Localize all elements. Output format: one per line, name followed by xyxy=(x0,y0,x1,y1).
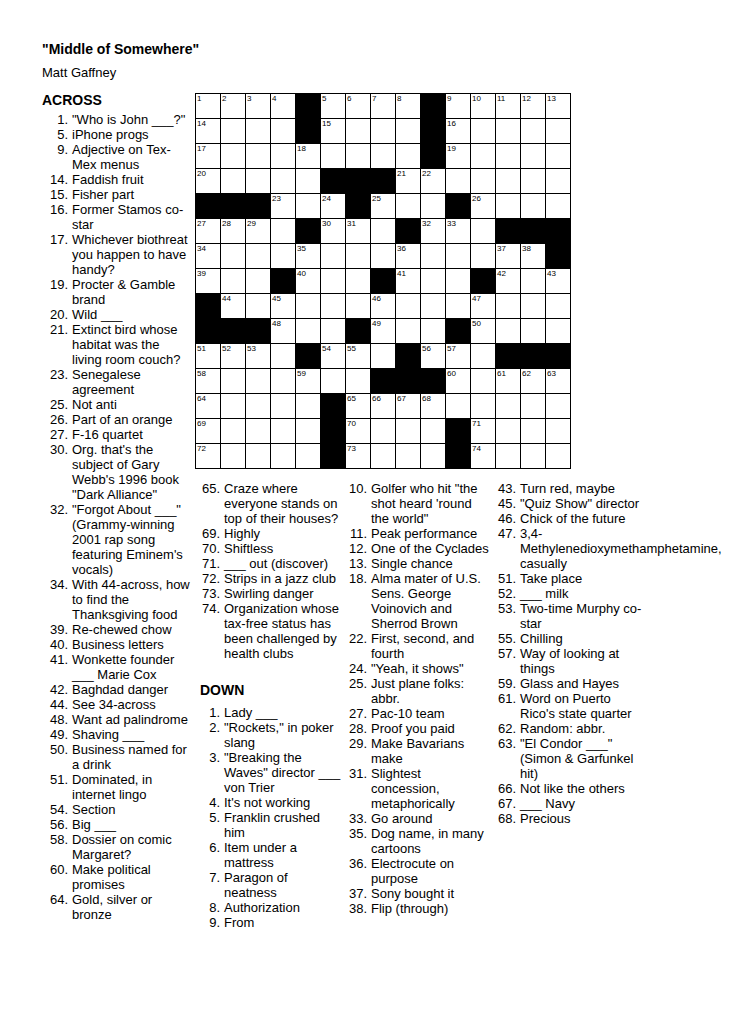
grid-cell-r8c9[interactable]: 41 xyxy=(396,269,420,293)
grid-cell-r5c8[interactable]: 25 xyxy=(371,194,395,218)
clue-text: Faddish fruit xyxy=(72,172,192,187)
down-clues-1-9: 1.Lady ___2."Rockets," in poker slang3."… xyxy=(200,705,342,930)
grid-cell-r10c13[interactable] xyxy=(496,319,520,343)
clue-text: Single chance xyxy=(371,556,491,571)
grid-cell-r7c14[interactable]: 38 xyxy=(521,244,545,268)
grid-cell-r9c14[interactable] xyxy=(521,294,545,318)
grid-cell-r7c12[interactable] xyxy=(471,244,495,268)
crossword-grid: 1234567891011121314151617181920212223242… xyxy=(195,93,571,469)
grid-cell-r3c10 xyxy=(421,144,445,168)
grid-cell-r6c1[interactable]: 27 xyxy=(196,219,220,243)
clue-across-48: 48.Want ad palindrome xyxy=(42,712,192,727)
grid-cell-r6c11[interactable]: 33 xyxy=(446,219,470,243)
grid-cell-r7c3[interactable] xyxy=(246,244,270,268)
grid-cell-r10c6[interactable] xyxy=(321,319,345,343)
grid-cell-r8c15[interactable]: 43 xyxy=(546,269,570,293)
grid-cell-r8c7[interactable] xyxy=(346,269,370,293)
grid-cell-r6c2[interactable]: 28 xyxy=(221,219,245,243)
cell-number: 39 xyxy=(197,269,206,279)
clue-text: Extinct bird whose habitat was the livin… xyxy=(72,322,192,367)
grid-cell-r7c9[interactable]: 36 xyxy=(396,244,420,268)
cell-number: 8 xyxy=(397,94,401,104)
grid-cell-r11c15 xyxy=(546,344,570,368)
grid-cell-r2c6[interactable]: 15 xyxy=(321,119,345,143)
grid-cell-r7c4[interactable] xyxy=(271,244,295,268)
clue-number: 27. xyxy=(42,427,68,442)
across-clues-1-64: 1."Who is John ___?"5.iPhone progs9.Adje… xyxy=(42,112,192,922)
grid-cell-r2c3[interactable] xyxy=(246,119,270,143)
grid-cell-r9c5[interactable] xyxy=(296,294,320,318)
grid-cell-r4c13[interactable] xyxy=(496,169,520,193)
grid-cell-r15c13[interactable] xyxy=(496,444,520,468)
clue-number: 9. xyxy=(200,915,220,930)
cell-number: 37 xyxy=(497,244,506,254)
clue-text: Electrocute on purpose xyxy=(371,856,491,886)
clue-text: Big ___ xyxy=(72,817,192,832)
grid-cell-r8c1[interactable]: 39 xyxy=(196,269,220,293)
grid-cell-r1c7[interactable]: 6 xyxy=(346,94,370,118)
across-clues-65-74: 65.Craze where everyone stands on top of… xyxy=(200,481,342,661)
grid-cell-r15c14[interactable] xyxy=(521,444,545,468)
clue-across-27: 27.F-16 quartet xyxy=(42,427,192,442)
clue-number: 61. xyxy=(496,691,516,706)
grid-cell-r13c14[interactable] xyxy=(521,394,545,418)
clue-across-14: 14.Faddish fruit xyxy=(42,172,192,187)
grid-cell-r4c5[interactable] xyxy=(296,169,320,193)
grid-cell-r14c15[interactable] xyxy=(546,419,570,443)
clue-across-71: 71.___ out (discover) xyxy=(200,556,342,571)
grid-cell-r4c11[interactable] xyxy=(446,169,470,193)
grid-cell-r9c10[interactable] xyxy=(421,294,445,318)
grid-cell-r2c13[interactable] xyxy=(496,119,520,143)
grid-cell-r14c13[interactable] xyxy=(496,419,520,443)
cell-number: 13 xyxy=(547,94,556,104)
clue-text: Chilling xyxy=(520,631,644,646)
clue-down-67: 67.___ Navy xyxy=(496,796,644,811)
grid-cell-r2c7[interactable] xyxy=(346,119,370,143)
grid-cell-r3c15[interactable] xyxy=(546,144,570,168)
clue-number: 16. xyxy=(42,202,68,217)
clue-text: First, second, and fourth xyxy=(371,631,491,661)
grid-cell-r8c11[interactable] xyxy=(446,269,470,293)
cell-number: 59 xyxy=(297,369,306,379)
cell-number: 55 xyxy=(347,344,356,354)
clue-down-46: 46.Chick of the future xyxy=(496,511,644,526)
grid-cell-r15c3[interactable] xyxy=(246,444,270,468)
grid-cell-r7c8[interactable] xyxy=(371,244,395,268)
grid-cell-r12c3[interactable] xyxy=(246,369,270,393)
clues-column-2: 65.Craze where everyone stands on top of… xyxy=(200,481,342,930)
grid-cell-r12c11[interactable]: 60 xyxy=(446,369,470,393)
grid-cell-r15c12[interactable]: 74 xyxy=(471,444,495,468)
grid-cell-r5c13[interactable] xyxy=(496,194,520,218)
grid-cell-r6c14 xyxy=(521,219,545,243)
grid-cell-r3c2[interactable] xyxy=(221,144,245,168)
clue-number: 46. xyxy=(496,511,516,526)
grid-cell-r9c1 xyxy=(196,294,220,318)
grid-cell-r6c12[interactable] xyxy=(471,219,495,243)
grid-cell-r2c14[interactable] xyxy=(521,119,545,143)
clue-number: 74. xyxy=(200,601,220,616)
grid-cell-r13c1[interactable]: 64 xyxy=(196,394,220,418)
grid-cell-r2c12[interactable] xyxy=(471,119,495,143)
grid-cell-r11c1[interactable]: 51 xyxy=(196,344,220,368)
grid-cell-r4c4[interactable] xyxy=(271,169,295,193)
clue-across-34: 34.With 44-across, how to find the Thank… xyxy=(42,577,192,622)
grid-cell-r15c9[interactable] xyxy=(396,444,420,468)
grid-cell-r4c10[interactable]: 22 xyxy=(421,169,445,193)
cell-number: 15 xyxy=(322,119,331,129)
clue-number: 25. xyxy=(42,397,68,412)
cell-number: 31 xyxy=(347,219,356,229)
clue-down-35: 35.Dog name, in many cartoons xyxy=(347,826,491,856)
grid-cell-r12c8 xyxy=(371,369,395,393)
cell-number: 5 xyxy=(322,94,326,104)
cell-number: 50 xyxy=(472,319,481,329)
grid-cell-r14c1[interactable]: 69 xyxy=(196,419,220,443)
grid-cell-r14c12[interactable]: 71 xyxy=(471,419,495,443)
grid-cell-r7c1[interactable]: 34 xyxy=(196,244,220,268)
clue-number: 35. xyxy=(347,826,367,841)
grid-cell-r4c9[interactable]: 21 xyxy=(396,169,420,193)
clue-text: Fisher part xyxy=(72,187,192,202)
grid-cell-r7c2[interactable] xyxy=(221,244,245,268)
grid-cell-r4c2[interactable] xyxy=(221,169,245,193)
clue-text: Dog name, in many cartoons xyxy=(371,826,491,856)
grid-cell-r4c12[interactable] xyxy=(471,169,495,193)
clue-number: 51. xyxy=(496,571,516,586)
grid-cell-r9c8[interactable]: 46 xyxy=(371,294,395,318)
grid-cell-r12c15[interactable]: 63 xyxy=(546,369,570,393)
clue-text: Adjective on Tex-Mex menus xyxy=(72,142,192,172)
grid-cell-r10c15[interactable] xyxy=(546,319,570,343)
grid-cell-r10c3 xyxy=(246,319,270,343)
cell-number: 47 xyxy=(472,294,481,304)
grid-cell-r8c13[interactable]: 42 xyxy=(496,269,520,293)
grid-cell-r4c14[interactable] xyxy=(521,169,545,193)
grid-cell-r14c11 xyxy=(446,419,470,443)
grid-cell-r1c3[interactable]: 3 xyxy=(246,94,270,118)
grid-cell-r1c11[interactable]: 9 xyxy=(446,94,470,118)
grid-cell-r13c10[interactable]: 68 xyxy=(421,394,445,418)
grid-cell-r9c13[interactable] xyxy=(496,294,520,318)
grid-cell-r12c7[interactable] xyxy=(346,369,370,393)
grid-cell-r2c2[interactable] xyxy=(221,119,245,143)
grid-cell-r13c13[interactable] xyxy=(496,394,520,418)
clue-down-62: 62.Random: abbr. xyxy=(496,721,644,736)
grid-cell-r2c5 xyxy=(296,119,320,143)
grid-cell-r14c3[interactable] xyxy=(246,419,270,443)
grid-cell-r8c10[interactable] xyxy=(421,269,445,293)
grid-cell-r3c8[interactable] xyxy=(371,144,395,168)
clue-text: Just plane folks: abbr. xyxy=(371,676,491,706)
clue-text: Craze where everyone stands on top of th… xyxy=(224,481,342,526)
grid-cell-r5c5[interactable] xyxy=(296,194,320,218)
grid-cell-r8c14[interactable] xyxy=(521,269,545,293)
grid-cell-r1c4[interactable]: 4 xyxy=(271,94,295,118)
grid-cell-r4c3[interactable] xyxy=(246,169,270,193)
grid-cell-r11c8[interactable] xyxy=(371,344,395,368)
clue-number: 17. xyxy=(42,232,68,247)
clue-number: 60. xyxy=(42,862,68,877)
grid-cell-r10c8[interactable]: 49 xyxy=(371,319,395,343)
grid-cell-r12c6[interactable] xyxy=(321,369,345,393)
grid-cell-r11c7[interactable]: 55 xyxy=(346,344,370,368)
grid-cell-r12c12[interactable] xyxy=(471,369,495,393)
grid-cell-r15c8[interactable] xyxy=(371,444,395,468)
grid-cell-r15c2[interactable] xyxy=(221,444,245,468)
clue-number: 5. xyxy=(200,810,220,825)
grid-cell-r5c14[interactable] xyxy=(521,194,545,218)
grid-cell-r12c13[interactable]: 61 xyxy=(496,369,520,393)
clue-text: Dossier on comic Margaret? xyxy=(72,832,192,862)
grid-cell-r11c2[interactable]: 52 xyxy=(221,344,245,368)
grid-cell-r14c14[interactable] xyxy=(521,419,545,443)
grid-cell-r14c9[interactable] xyxy=(396,419,420,443)
grid-cell-r15c1[interactable]: 72 xyxy=(196,444,220,468)
grid-cell-r14c7[interactable]: 70 xyxy=(346,419,370,443)
clue-text: Former Stamos co-star xyxy=(72,202,192,232)
grid-cell-r1c15[interactable]: 13 xyxy=(546,94,570,118)
grid-cell-r10c9[interactable] xyxy=(396,319,420,343)
clue-number: 22. xyxy=(347,631,367,646)
puzzle-author: Matt Gaffney xyxy=(42,65,116,80)
grid-cell-r2c9[interactable] xyxy=(396,119,420,143)
grid-cell-r1c13[interactable]: 11 xyxy=(496,94,520,118)
grid-cell-r6c8[interactable] xyxy=(371,219,395,243)
grid-cell-r3c4[interactable] xyxy=(271,144,295,168)
grid-cell-r13c4[interactable] xyxy=(271,394,295,418)
grid-cell-r5c9[interactable] xyxy=(396,194,420,218)
clue-number: 33. xyxy=(347,811,367,826)
grid-cell-r14c2[interactable] xyxy=(221,419,245,443)
grid-cell-r15c5[interactable] xyxy=(296,444,320,468)
clue-text: Proof you paid xyxy=(371,721,491,736)
clue-number: 39. xyxy=(42,622,68,637)
grid-cell-r14c4[interactable] xyxy=(271,419,295,443)
grid-cell-r3c11[interactable]: 19 xyxy=(446,144,470,168)
grid-cell-r12c14[interactable]: 62 xyxy=(521,369,545,393)
clue-text: Business named for a drink xyxy=(72,742,192,772)
grid-cell-r14c5[interactable] xyxy=(296,419,320,443)
grid-cell-r13c3[interactable] xyxy=(246,394,270,418)
grid-cell-r6c10[interactable]: 32 xyxy=(421,219,445,243)
grid-cell-r13c12[interactable] xyxy=(471,394,495,418)
clue-down-10: 10.Golfer who hit "the shot heard 'round… xyxy=(347,481,491,526)
clue-number: 21. xyxy=(42,322,68,337)
grid-cell-r11c12[interactable] xyxy=(471,344,495,368)
grid-cell-r9c11[interactable] xyxy=(446,294,470,318)
grid-cell-r13c9[interactable]: 67 xyxy=(396,394,420,418)
clue-down-29: 29.Make Bavarians make xyxy=(347,736,491,766)
grid-cell-r11c10[interactable]: 56 xyxy=(421,344,445,368)
grid-cell-r1c2[interactable]: 2 xyxy=(221,94,245,118)
grid-cell-r13c5[interactable] xyxy=(296,394,320,418)
clue-text: Chick of the future xyxy=(520,511,644,526)
clue-number: 56. xyxy=(42,817,68,832)
clue-number: 15. xyxy=(42,187,68,202)
grid-cell-r9c12[interactable]: 47 xyxy=(471,294,495,318)
grid-cell-r7c15 xyxy=(546,244,570,268)
grid-cell-r2c4[interactable] xyxy=(271,119,295,143)
clue-text: Shiftless xyxy=(224,541,342,556)
clue-text: Org. that's the subject of Gary Webb's 1… xyxy=(72,442,192,502)
grid-cell-r1c1[interactable]: 1 xyxy=(196,94,220,118)
grid-cell-r12c2[interactable] xyxy=(221,369,245,393)
clue-number: 20. xyxy=(42,307,68,322)
cell-number: 66 xyxy=(372,394,381,404)
grid-cell-r9c2[interactable]: 44 xyxy=(221,294,245,318)
grid-cell-r10c14[interactable] xyxy=(521,319,545,343)
cell-number: 33 xyxy=(447,219,456,229)
grid-cell-r10c12[interactable]: 50 xyxy=(471,319,495,343)
grid-cell-r11c11[interactable]: 57 xyxy=(446,344,470,368)
grid-cell-r11c9 xyxy=(396,344,420,368)
grid-cell-r11c4[interactable] xyxy=(271,344,295,368)
clue-text: ___ milk xyxy=(520,586,644,601)
grid-cell-r5c12[interactable]: 26 xyxy=(471,194,495,218)
grid-cell-r7c5[interactable]: 35 xyxy=(296,244,320,268)
grid-cell-r7c7[interactable] xyxy=(346,244,370,268)
grid-cell-r14c8[interactable] xyxy=(371,419,395,443)
clue-across-54: 54.Section xyxy=(42,802,192,817)
grid-cell-r4c1[interactable]: 20 xyxy=(196,169,220,193)
grid-cell-r11c3[interactable]: 53 xyxy=(246,344,270,368)
grid-cell-r5c6[interactable]: 24 xyxy=(321,194,345,218)
clue-across-70: 70.Shiftless xyxy=(200,541,342,556)
grid-cell-r12c1[interactable]: 58 xyxy=(196,369,220,393)
grid-cell-r1c6[interactable]: 5 xyxy=(321,94,345,118)
cell-number: 20 xyxy=(197,169,206,179)
grid-cell-r13c8[interactable]: 66 xyxy=(371,394,395,418)
cell-number: 74 xyxy=(472,444,481,454)
grid-cell-r12c4[interactable] xyxy=(271,369,295,393)
grid-cell-r7c10[interactable] xyxy=(421,244,445,268)
cell-number: 70 xyxy=(347,419,356,429)
clue-across-23: 23.Senegalese agreement xyxy=(42,367,192,397)
grid-cell-r7c11[interactable] xyxy=(446,244,470,268)
grid-cell-r3c3[interactable] xyxy=(246,144,270,168)
grid-cell-r3c12[interactable] xyxy=(471,144,495,168)
grid-cell-r15c4[interactable] xyxy=(271,444,295,468)
grid-cell-r12c5[interactable]: 59 xyxy=(296,369,320,393)
clue-text: "Breaking the Waves" director ___ von Tr… xyxy=(224,750,342,795)
grid-cell-r10c5[interactable] xyxy=(296,319,320,343)
clue-across-44: 44.See 34-across xyxy=(42,697,192,712)
grid-cell-r15c10[interactable] xyxy=(421,444,445,468)
clue-across-21: 21.Extinct bird whose habitat was the li… xyxy=(42,322,192,367)
grid-cell-r10c10[interactable] xyxy=(421,319,445,343)
clue-text: Gold, silver or bronze xyxy=(72,892,192,922)
grid-cell-r1c14[interactable]: 12 xyxy=(521,94,545,118)
clue-text: Precious xyxy=(520,811,644,826)
cell-number: 18 xyxy=(297,144,306,154)
grid-cell-r2c15[interactable] xyxy=(546,119,570,143)
grid-cell-r6c3[interactable]: 29 xyxy=(246,219,270,243)
grid-cell-r3c13[interactable] xyxy=(496,144,520,168)
clue-across-32: 32."Forgot About ___" (Grammy-winning 20… xyxy=(42,502,192,577)
grid-cell-r13c6 xyxy=(321,394,345,418)
clue-number: 44. xyxy=(42,697,68,712)
grid-cell-r8c2[interactable] xyxy=(221,269,245,293)
clue-number: 4. xyxy=(200,795,220,810)
grid-cell-r13c15[interactable] xyxy=(546,394,570,418)
grid-cell-r3c1[interactable]: 17 xyxy=(196,144,220,168)
grid-cell-r3c5[interactable]: 18 xyxy=(296,144,320,168)
clue-number: 48. xyxy=(42,712,68,727)
grid-cell-r3c7[interactable] xyxy=(346,144,370,168)
grid-cell-r11c5 xyxy=(296,344,320,368)
grid-cell-r3c6[interactable] xyxy=(321,144,345,168)
clue-text: "Forgot About ___" (Grammy-winning 2001 … xyxy=(72,502,192,577)
grid-cell-r13c2[interactable] xyxy=(221,394,245,418)
cell-number: 40 xyxy=(297,269,306,279)
clue-down-47: 47.3,4-Methylenedioxymethamphetamine, ca… xyxy=(496,526,644,571)
clue-across-72: 72.Strips in a jazz club xyxy=(200,571,342,586)
grid-cell-r9c9[interactable] xyxy=(396,294,420,318)
clue-number: 8. xyxy=(200,900,220,915)
grid-cell-r2c11[interactable]: 16 xyxy=(446,119,470,143)
clue-number: 7. xyxy=(200,870,220,885)
grid-cell-r15c7[interactable]: 73 xyxy=(346,444,370,468)
grid-cell-r1c12[interactable]: 10 xyxy=(471,94,495,118)
grid-cell-r2c8[interactable] xyxy=(371,119,395,143)
grid-cell-r3c14[interactable] xyxy=(521,144,545,168)
grid-cell-r9c6[interactable] xyxy=(321,294,345,318)
clue-text: Organization whose tax-free status has b… xyxy=(224,601,342,661)
grid-cell-r13c7[interactable]: 65 xyxy=(346,394,370,418)
grid-cell-r12c10 xyxy=(421,369,445,393)
grid-cell-r9c4[interactable]: 45 xyxy=(271,294,295,318)
grid-cell-r9c7[interactable] xyxy=(346,294,370,318)
cell-number: 1 xyxy=(197,94,201,104)
clue-number: 25. xyxy=(347,676,367,691)
grid-cell-r5c10[interactable] xyxy=(421,194,445,218)
grid-cell-r4c15[interactable] xyxy=(546,169,570,193)
grid-cell-r7c6[interactable] xyxy=(321,244,345,268)
grid-cell-r6c6[interactable]: 30 xyxy=(321,219,345,243)
clue-number: 65. xyxy=(200,481,220,496)
grid-cell-r6c7[interactable]: 31 xyxy=(346,219,370,243)
grid-cell-r5c15[interactable] xyxy=(546,194,570,218)
grid-cell-r9c15[interactable] xyxy=(546,294,570,318)
clue-number: 53. xyxy=(496,601,516,616)
grid-cell-r7c13[interactable]: 37 xyxy=(496,244,520,268)
clue-text: Strips in a jazz club xyxy=(224,571,342,586)
cell-number: 4 xyxy=(272,94,276,104)
grid-cell-r2c1[interactable]: 14 xyxy=(196,119,220,143)
clue-number: 14. xyxy=(42,172,68,187)
grid-cell-r15c15[interactable] xyxy=(546,444,570,468)
grid-cell-r3c9[interactable] xyxy=(396,144,420,168)
grid-cell-r4c6 xyxy=(321,169,345,193)
grid-cell-r11c6[interactable]: 54 xyxy=(321,344,345,368)
grid-cell-r8c6[interactable] xyxy=(321,269,345,293)
grid-cell-r8c3[interactable] xyxy=(246,269,270,293)
grid-cell-r5c4[interactable]: 23 xyxy=(271,194,295,218)
grid-cell-r8c5[interactable]: 40 xyxy=(296,269,320,293)
grid-cell-r1c9[interactable]: 8 xyxy=(396,94,420,118)
grid-cell-r13c11[interactable] xyxy=(446,394,470,418)
grid-cell-r6c4[interactable] xyxy=(271,219,295,243)
grid-cell-r14c10[interactable] xyxy=(421,419,445,443)
grid-cell-r6c5 xyxy=(296,219,320,243)
clue-text: Not like the others xyxy=(520,781,644,796)
grid-cell-r10c4[interactable]: 48 xyxy=(271,319,295,343)
clue-text: Baghdad danger xyxy=(72,682,192,697)
grid-cell-r1c8[interactable]: 7 xyxy=(371,94,395,118)
grid-cell-r9c3[interactable] xyxy=(246,294,270,318)
